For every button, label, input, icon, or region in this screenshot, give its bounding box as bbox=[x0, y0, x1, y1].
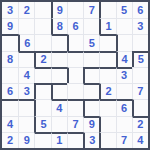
cell-r9c8-given[interactable]: 7 bbox=[116, 132, 132, 148]
given-digit: 7 bbox=[72, 119, 78, 130]
given-digit: 4 bbox=[56, 103, 62, 114]
cell-r9c5-empty[interactable] bbox=[67, 132, 83, 148]
given-digit: 8 bbox=[7, 54, 13, 65]
cell-r7c5-empty[interactable] bbox=[67, 99, 83, 115]
cell-r7c8-given[interactable]: 6 bbox=[116, 99, 132, 115]
cell-r3c1-empty[interactable] bbox=[2, 34, 18, 50]
cell-r5c1-empty[interactable] bbox=[2, 67, 18, 83]
given-digit: 1 bbox=[105, 21, 111, 32]
cell-r1c8-given[interactable]: 5 bbox=[116, 2, 132, 18]
cell-r3c4-empty[interactable] bbox=[51, 34, 67, 50]
cell-r8c1-given[interactable]: 4 bbox=[2, 116, 18, 132]
given-digit: 4 bbox=[122, 54, 128, 65]
given-digit: 9 bbox=[7, 21, 13, 32]
cell-r8c5-given[interactable]: 7 bbox=[67, 116, 83, 132]
given-digit: 5 bbox=[40, 119, 46, 130]
given-digit: 4 bbox=[24, 70, 30, 81]
given-digit: 7 bbox=[121, 135, 127, 146]
cell-r7c3-empty[interactable] bbox=[34, 99, 50, 115]
cell-r5c3-empty[interactable] bbox=[34, 67, 50, 83]
cell-r1c4-given[interactable]: 9 bbox=[51, 2, 67, 18]
cell-r5c2-given[interactable]: 4 bbox=[18, 67, 34, 83]
cell-r4c8-given[interactable]: 4 bbox=[116, 51, 132, 67]
given-digit: 9 bbox=[89, 119, 95, 130]
given-digit: 4 bbox=[137, 135, 143, 146]
cell-r9c6-given[interactable]: 3 bbox=[83, 132, 99, 148]
cell-r3c9-empty[interactable] bbox=[132, 34, 148, 50]
given-digit: 5 bbox=[138, 54, 144, 65]
cell-r7c6-empty[interactable] bbox=[83, 99, 99, 115]
cell-r9c1-given[interactable]: 2 bbox=[2, 132, 18, 148]
cell-r5c9-empty[interactable] bbox=[132, 67, 148, 83]
given-digit: 2 bbox=[105, 86, 111, 97]
given-digit: 6 bbox=[24, 38, 30, 49]
given-digit: 9 bbox=[24, 135, 30, 146]
cell-r6c3-empty[interactable] bbox=[34, 83, 50, 99]
cell-r8c8-empty[interactable] bbox=[116, 116, 132, 132]
cell-r4c3-given[interactable]: 2 bbox=[34, 51, 50, 67]
given-digit: 3 bbox=[137, 21, 143, 32]
cell-r4c1-given[interactable]: 8 bbox=[2, 51, 18, 67]
cell-r8c7-empty[interactable] bbox=[99, 116, 115, 132]
cell-r1c5-empty[interactable] bbox=[67, 2, 83, 18]
given-digit: 6 bbox=[121, 103, 127, 114]
cell-r6c5-empty[interactable] bbox=[67, 83, 83, 99]
given-digit: 2 bbox=[7, 135, 13, 146]
given-digit: 3 bbox=[121, 70, 127, 81]
given-digit: 5 bbox=[121, 5, 127, 16]
cell-r2c2-empty[interactable] bbox=[18, 18, 34, 34]
cell-r9c9-given[interactable]: 4 bbox=[132, 132, 148, 148]
cell-r3c7-empty[interactable] bbox=[99, 34, 115, 50]
cell-r7c9-empty[interactable] bbox=[132, 99, 148, 115]
cell-r3c6-given[interactable]: 5 bbox=[83, 34, 99, 50]
cell-r8c3-given[interactable]: 5 bbox=[34, 116, 50, 132]
cell-r4c6-empty[interactable] bbox=[83, 51, 99, 67]
cell-r6c9-given[interactable]: 7 bbox=[132, 83, 148, 99]
cell-r2c6-empty[interactable] bbox=[83, 18, 99, 34]
cell-r2c5-given[interactable]: 6 bbox=[67, 18, 83, 34]
cell-r6c8-empty[interactable] bbox=[116, 83, 132, 99]
cell-r4c5-empty[interactable] bbox=[67, 51, 83, 67]
cell-r9c7-empty[interactable] bbox=[99, 132, 115, 148]
cell-r1c3-empty[interactable] bbox=[34, 2, 50, 18]
cell-r8c4-empty[interactable] bbox=[51, 116, 67, 132]
cell-r2c7-given[interactable]: 1 bbox=[99, 18, 115, 34]
cell-r6c7-given[interactable]: 2 bbox=[99, 83, 115, 99]
cell-r7c4-given[interactable]: 4 bbox=[51, 99, 67, 115]
cell-r3c8-empty[interactable] bbox=[116, 34, 132, 50]
given-digit: 3 bbox=[89, 135, 95, 146]
cell-r1c2-given[interactable]: 2 bbox=[18, 2, 34, 18]
cell-r8c2-empty[interactable] bbox=[18, 116, 34, 132]
given-digit: 6 bbox=[137, 5, 143, 16]
cell-r5c7-empty[interactable] bbox=[99, 67, 115, 83]
given-digit: 9 bbox=[57, 5, 63, 16]
cell-r5c5-empty[interactable] bbox=[67, 67, 83, 83]
cell-r1c1-given[interactable]: 3 bbox=[2, 2, 18, 18]
given-digit: 4 bbox=[7, 119, 13, 130]
cell-r6c6-empty[interactable] bbox=[83, 83, 99, 99]
cell-r2c1-given[interactable]: 9 bbox=[2, 18, 18, 34]
cell-r2c8-empty[interactable] bbox=[116, 18, 132, 34]
cell-r2c3-empty[interactable] bbox=[34, 18, 50, 34]
cell-r5c8-given[interactable]: 3 bbox=[116, 67, 132, 83]
given-digit: 6 bbox=[7, 86, 13, 97]
cell-r6c2-given[interactable]: 3 bbox=[18, 83, 34, 99]
cell-r4c4-empty[interactable] bbox=[51, 51, 67, 67]
given-digit: 3 bbox=[24, 86, 30, 97]
cell-r1c7-empty[interactable] bbox=[99, 2, 115, 18]
cell-r7c1-empty[interactable] bbox=[2, 99, 18, 115]
given-digit: 7 bbox=[89, 5, 95, 16]
given-digit: 2 bbox=[24, 5, 30, 16]
cell-r9c4-given[interactable]: 1 bbox=[51, 132, 67, 148]
cell-r5c6-empty[interactable] bbox=[83, 67, 99, 83]
cell-r5c4-empty[interactable] bbox=[51, 67, 67, 83]
cell-r8c9-given[interactable]: 2 bbox=[132, 116, 148, 132]
cell-r1c9-given[interactable]: 6 bbox=[132, 2, 148, 18]
cell-r7c7-empty[interactable] bbox=[99, 99, 115, 115]
given-digit: 7 bbox=[137, 86, 143, 97]
given-digit: 1 bbox=[56, 135, 62, 146]
cell-r7c2-empty[interactable] bbox=[18, 99, 34, 115]
given-digit: 3 bbox=[7, 5, 13, 16]
given-digit: 5 bbox=[89, 38, 95, 49]
cell-r4c9-given[interactable]: 5 bbox=[132, 51, 148, 67]
cell-r3c5-empty[interactable] bbox=[67, 34, 83, 50]
given-digit: 2 bbox=[40, 54, 46, 65]
cell-r9c2-given[interactable]: 9 bbox=[18, 132, 34, 148]
cell-r1c6-given[interactable]: 7 bbox=[83, 2, 99, 18]
given-digit: 2 bbox=[137, 119, 143, 130]
given-digit: 8 bbox=[57, 21, 63, 32]
cell-r2c9-given[interactable]: 3 bbox=[132, 18, 148, 34]
given-digit: 6 bbox=[72, 21, 78, 32]
cell-r6c1-given[interactable]: 6 bbox=[2, 83, 18, 99]
cell-r3c3-empty[interactable] bbox=[34, 34, 50, 50]
cell-r3c2-given[interactable]: 6 bbox=[18, 34, 34, 50]
cell-r8c6-given[interactable]: 9 bbox=[83, 116, 99, 132]
cell-r4c2-empty[interactable] bbox=[18, 51, 34, 67]
cell-r6c4-empty[interactable] bbox=[51, 83, 67, 99]
cell-r2c4-given[interactable]: 8 bbox=[51, 18, 67, 34]
jigsaw-sudoku-board: 329756986136582454363274645792291374 bbox=[0, 0, 150, 150]
cell-r4c7-empty[interactable] bbox=[99, 51, 115, 67]
cell-r9c3-empty[interactable] bbox=[34, 132, 50, 148]
